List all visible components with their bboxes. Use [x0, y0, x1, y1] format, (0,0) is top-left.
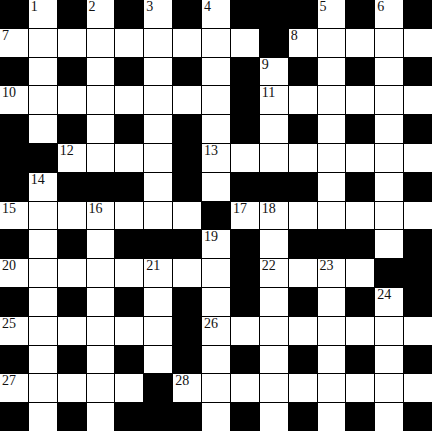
black-cell-r4c4 — [115, 115, 143, 143]
black-cell-r0c12 — [346, 0, 374, 28]
black-cell-r8c4 — [115, 230, 143, 258]
white-cell-r11c11[interactable] — [318, 317, 346, 345]
white-cell-r7c14[interactable] — [404, 202, 432, 230]
black-cell-r6c4 — [115, 173, 143, 201]
white-cell-r11c2[interactable] — [58, 317, 86, 345]
black-cell-r12c12 — [346, 346, 374, 374]
clue-number-23: 23 — [320, 259, 334, 273]
white-cell-r7c1[interactable] — [29, 202, 57, 230]
white-cell-r9c9[interactable]: 22 — [260, 259, 288, 287]
black-cell-r8c6 — [173, 230, 201, 258]
white-cell-r5c8[interactable] — [231, 144, 259, 172]
white-cell-r2c5[interactable] — [144, 58, 172, 86]
white-cell-r11c13[interactable] — [375, 317, 403, 345]
black-cell-r8c14 — [404, 230, 432, 258]
black-cell-r14c4 — [115, 403, 143, 431]
white-cell-r11c3[interactable] — [87, 317, 115, 345]
clue-number-26: 26 — [204, 317, 218, 331]
white-cell-r7c12[interactable] — [346, 202, 374, 230]
white-cell-r3c12[interactable] — [346, 86, 374, 114]
white-cell-r1c12[interactable] — [346, 29, 374, 57]
white-cell-r4c7[interactable] — [202, 115, 230, 143]
black-cell-r10c12 — [346, 288, 374, 316]
white-cell-r12c7[interactable] — [202, 346, 230, 374]
clue-number-13: 13 — [204, 144, 218, 158]
white-cell-r9c2[interactable] — [58, 259, 86, 287]
white-cell-r7c9[interactable]: 18 — [260, 202, 288, 230]
white-cell-r11c5[interactable] — [144, 317, 172, 345]
black-cell-r4c0 — [0, 115, 28, 143]
white-cell-r10c1[interactable] — [29, 288, 57, 316]
white-cell-r12c11[interactable] — [318, 346, 346, 374]
black-cell-r6c10 — [289, 173, 317, 201]
white-cell-r0c11[interactable]: 5 — [318, 0, 346, 28]
black-cell-r8c2 — [58, 230, 86, 258]
white-cell-r7c3[interactable]: 16 — [87, 202, 115, 230]
white-cell-r5c7[interactable]: 13 — [202, 144, 230, 172]
white-cell-r0c1[interactable]: 1 — [29, 0, 57, 28]
white-cell-r4c1[interactable] — [29, 115, 57, 143]
black-cell-r4c8 — [231, 115, 259, 143]
white-cell-r2c11[interactable] — [318, 58, 346, 86]
white-cell-r7c4[interactable] — [115, 202, 143, 230]
white-cell-r11c0[interactable]: 25 — [0, 317, 28, 345]
white-cell-r2c7[interactable] — [202, 58, 230, 86]
white-cell-r9c12[interactable] — [346, 259, 374, 287]
white-cell-r3c9[interactable]: 11 — [260, 86, 288, 114]
white-cell-r3c3[interactable] — [87, 86, 115, 114]
white-cell-r11c14[interactable] — [404, 317, 432, 345]
white-cell-r5c2[interactable]: 12 — [58, 144, 86, 172]
white-cell-r7c8[interactable]: 17 — [231, 202, 259, 230]
black-cell-r13c5 — [144, 374, 172, 402]
clue-number-15: 15 — [2, 202, 16, 216]
black-cell-r12c0 — [0, 346, 28, 374]
white-cell-r3c1[interactable] — [29, 86, 57, 114]
black-cell-r5c1 — [29, 144, 57, 172]
black-cell-r2c14 — [404, 58, 432, 86]
white-cell-r12c13[interactable] — [375, 346, 403, 374]
black-cell-r0c4 — [115, 0, 143, 28]
black-cell-r5c0 — [0, 144, 28, 172]
black-cell-r14c8 — [231, 403, 259, 431]
black-cell-r0c8 — [231, 0, 259, 28]
white-cell-r1c2[interactable] — [58, 29, 86, 57]
black-cell-r3c8 — [231, 86, 259, 114]
clue-number-19: 19 — [204, 230, 218, 244]
clue-number-24: 24 — [377, 288, 391, 302]
black-cell-r7c7 — [202, 202, 230, 230]
white-cell-r3c4[interactable] — [115, 86, 143, 114]
white-cell-r8c9[interactable] — [260, 230, 288, 258]
clue-number-2: 2 — [89, 0, 96, 14]
black-cell-r14c10 — [289, 403, 317, 431]
clue-number-22: 22 — [262, 259, 276, 273]
black-cell-r0c10 — [289, 0, 317, 28]
white-cell-r6c13[interactable] — [375, 173, 403, 201]
white-cell-r10c13[interactable]: 24 — [375, 288, 403, 316]
white-cell-r13c11[interactable] — [318, 374, 346, 402]
white-cell-r13c4[interactable] — [115, 374, 143, 402]
white-cell-r3c2[interactable] — [58, 86, 86, 114]
black-cell-r10c6 — [173, 288, 201, 316]
crossword-grid: 1234567891011121314151617181920212223242… — [0, 0, 432, 431]
black-cell-r8c0 — [0, 230, 28, 258]
white-cell-r4c11[interactable] — [318, 115, 346, 143]
white-cell-r14c1[interactable] — [29, 403, 57, 431]
white-cell-r13c13[interactable] — [375, 374, 403, 402]
black-cell-r14c6 — [173, 403, 201, 431]
white-cell-r3c0[interactable]: 10 — [0, 86, 28, 114]
white-cell-r2c13[interactable] — [375, 58, 403, 86]
white-cell-r4c9[interactable] — [260, 115, 288, 143]
white-cell-r11c8[interactable] — [231, 317, 259, 345]
clue-number-8: 8 — [291, 29, 298, 43]
clue-number-1: 1 — [31, 0, 38, 14]
black-cell-r2c12 — [346, 58, 374, 86]
white-cell-r1c6[interactable] — [173, 29, 201, 57]
black-cell-r0c2 — [58, 0, 86, 28]
black-cell-r5c6 — [173, 144, 201, 172]
black-cell-r8c8 — [231, 230, 259, 258]
white-cell-r7c11[interactable] — [318, 202, 346, 230]
black-cell-r2c0 — [0, 58, 28, 86]
white-cell-r12c5[interactable] — [144, 346, 172, 374]
black-cell-r14c14 — [404, 403, 432, 431]
clue-number-4: 4 — [204, 0, 211, 14]
black-cell-r0c6 — [173, 0, 201, 28]
white-cell-r13c3[interactable] — [87, 374, 115, 402]
white-cell-r10c7[interactable] — [202, 288, 230, 316]
white-cell-r7c13[interactable] — [375, 202, 403, 230]
white-cell-r9c5[interactable]: 21 — [144, 259, 172, 287]
white-cell-r12c1[interactable] — [29, 346, 57, 374]
black-cell-r6c6 — [173, 173, 201, 201]
white-cell-r13c8[interactable] — [231, 374, 259, 402]
white-cell-r5c3[interactable] — [87, 144, 115, 172]
white-cell-r1c4[interactable] — [115, 29, 143, 57]
black-cell-r4c12 — [346, 115, 374, 143]
white-cell-r6c7[interactable] — [202, 173, 230, 201]
white-cell-r2c1[interactable] — [29, 58, 57, 86]
white-cell-r12c9[interactable] — [260, 346, 288, 374]
black-cell-r14c5 — [144, 403, 172, 431]
white-cell-r3c13[interactable] — [375, 86, 403, 114]
white-cell-r4c5[interactable] — [144, 115, 172, 143]
white-cell-r11c7[interactable]: 26 — [202, 317, 230, 345]
clue-number-21: 21 — [146, 259, 160, 273]
black-cell-r4c6 — [173, 115, 201, 143]
white-cell-r0c13[interactable]: 6 — [375, 0, 403, 28]
white-cell-r6c11[interactable] — [318, 173, 346, 201]
black-cell-r0c14 — [404, 0, 432, 28]
white-cell-r1c5[interactable] — [144, 29, 172, 57]
white-cell-r2c3[interactable] — [87, 58, 115, 86]
black-cell-r6c9 — [260, 173, 288, 201]
black-cell-r6c8 — [231, 173, 259, 201]
white-cell-r3c6[interactable] — [173, 86, 201, 114]
clue-number-7: 7 — [2, 29, 9, 43]
white-cell-r9c0[interactable]: 20 — [0, 259, 28, 287]
white-cell-r14c7[interactable] — [202, 403, 230, 431]
white-cell-r9c7[interactable] — [202, 259, 230, 287]
white-cell-r10c11[interactable] — [318, 288, 346, 316]
white-cell-r7c0[interactable]: 15 — [0, 202, 28, 230]
white-cell-r13c0[interactable]: 27 — [0, 374, 28, 402]
white-cell-r7c6[interactable] — [173, 202, 201, 230]
white-cell-r11c4[interactable] — [115, 317, 143, 345]
white-cell-r7c2[interactable] — [58, 202, 86, 230]
black-cell-r8c5 — [144, 230, 172, 258]
black-cell-r2c6 — [173, 58, 201, 86]
black-cell-r9c13 — [375, 259, 403, 287]
black-cell-r10c8 — [231, 288, 259, 316]
black-cell-r0c0 — [0, 0, 28, 28]
white-cell-r14c11[interactable] — [318, 403, 346, 431]
white-cell-r11c9[interactable] — [260, 317, 288, 345]
black-cell-r8c11 — [318, 230, 346, 258]
white-cell-r4c13[interactable] — [375, 115, 403, 143]
clue-number-27: 27 — [2, 374, 16, 388]
black-cell-r12c10 — [289, 346, 317, 374]
black-cell-r12c14 — [404, 346, 432, 374]
clue-number-20: 20 — [2, 259, 16, 273]
white-cell-r10c3[interactable] — [87, 288, 115, 316]
clue-number-6: 6 — [377, 0, 384, 14]
white-cell-r1c8[interactable] — [231, 29, 259, 57]
white-cell-r10c9[interactable] — [260, 288, 288, 316]
white-cell-r5c9[interactable] — [260, 144, 288, 172]
black-cell-r12c2 — [58, 346, 86, 374]
black-cell-r8c10 — [289, 230, 317, 258]
white-cell-r1c7[interactable] — [202, 29, 230, 57]
black-cell-r1c9 — [260, 29, 288, 57]
white-cell-r5c10[interactable] — [289, 144, 317, 172]
black-cell-r8c12 — [346, 230, 374, 258]
clue-number-14: 14 — [31, 173, 45, 187]
white-cell-r3c5[interactable] — [144, 86, 172, 114]
white-cell-r1c1[interactable] — [29, 29, 57, 57]
white-cell-r11c1[interactable] — [29, 317, 57, 345]
white-cell-r13c14[interactable] — [404, 374, 432, 402]
clue-number-17: 17 — [233, 202, 247, 216]
white-cell-r8c3[interactable] — [87, 230, 115, 258]
white-cell-r3c11[interactable] — [318, 86, 346, 114]
white-cell-r12c3[interactable] — [87, 346, 115, 374]
white-cell-r13c1[interactable] — [29, 374, 57, 402]
black-cell-r6c2 — [58, 173, 86, 201]
clue-number-25: 25 — [2, 317, 16, 331]
black-cell-r2c4 — [115, 58, 143, 86]
clue-number-16: 16 — [89, 202, 103, 216]
black-cell-r12c8 — [231, 346, 259, 374]
white-cell-r2c9[interactable]: 9 — [260, 58, 288, 86]
white-cell-r9c6[interactable] — [173, 259, 201, 287]
white-cell-r5c4[interactable] — [115, 144, 143, 172]
white-cell-r9c11[interactable]: 23 — [318, 259, 346, 287]
black-cell-r2c2 — [58, 58, 86, 86]
white-cell-r1c11[interactable] — [318, 29, 346, 57]
clue-number-28: 28 — [175, 374, 189, 388]
white-cell-r13c9[interactable] — [260, 374, 288, 402]
clue-number-9: 9 — [262, 58, 269, 72]
white-cell-r0c3[interactable]: 2 — [87, 0, 115, 28]
white-cell-r13c6[interactable]: 28 — [173, 374, 201, 402]
white-cell-r1c10[interactable]: 8 — [289, 29, 317, 57]
white-cell-r7c5[interactable] — [144, 202, 172, 230]
black-cell-r11c6 — [173, 317, 201, 345]
black-cell-r4c14 — [404, 115, 432, 143]
white-cell-r9c3[interactable] — [87, 259, 115, 287]
white-cell-r5c5[interactable] — [144, 144, 172, 172]
white-cell-r11c10[interactable] — [289, 317, 317, 345]
black-cell-r2c10 — [289, 58, 317, 86]
black-cell-r10c2 — [58, 288, 86, 316]
black-cell-r10c0 — [0, 288, 28, 316]
white-cell-r8c7[interactable]: 19 — [202, 230, 230, 258]
black-cell-r6c0 — [0, 173, 28, 201]
black-cell-r12c4 — [115, 346, 143, 374]
black-cell-r10c14 — [404, 288, 432, 316]
clue-number-3: 3 — [146, 0, 153, 14]
white-cell-r11c12[interactable] — [346, 317, 374, 345]
white-cell-r0c5[interactable]: 3 — [144, 0, 172, 28]
white-cell-r8c13[interactable] — [375, 230, 403, 258]
clue-number-10: 10 — [2, 86, 16, 100]
black-cell-r2c8 — [231, 58, 259, 86]
white-cell-r13c10[interactable] — [289, 374, 317, 402]
black-cell-r12c6 — [173, 346, 201, 374]
white-cell-r4c3[interactable] — [87, 115, 115, 143]
white-cell-r5c13[interactable] — [375, 144, 403, 172]
white-cell-r5c12[interactable] — [346, 144, 374, 172]
clue-number-18: 18 — [262, 202, 276, 216]
white-cell-r9c10[interactable] — [289, 259, 317, 287]
clue-number-12: 12 — [60, 144, 74, 158]
black-cell-r10c4 — [115, 288, 143, 316]
white-cell-r3c10[interactable] — [289, 86, 317, 114]
white-cell-r13c2[interactable] — [58, 374, 86, 402]
white-cell-r9c1[interactable] — [29, 259, 57, 287]
black-cell-r6c3 — [87, 173, 115, 201]
black-cell-r14c12 — [346, 403, 374, 431]
white-cell-r10c5[interactable] — [144, 288, 172, 316]
white-cell-r1c14[interactable] — [404, 29, 432, 57]
white-cell-r5c14[interactable] — [404, 144, 432, 172]
black-cell-r6c14 — [404, 173, 432, 201]
white-cell-r6c5[interactable] — [144, 173, 172, 201]
black-cell-r9c8 — [231, 259, 259, 287]
white-cell-r7c10[interactable] — [289, 202, 317, 230]
white-cell-r1c3[interactable] — [87, 29, 115, 57]
white-cell-r13c7[interactable] — [202, 374, 230, 402]
black-cell-r14c2 — [58, 403, 86, 431]
white-cell-r8c1[interactable] — [29, 230, 57, 258]
white-cell-r14c13[interactable] — [375, 403, 403, 431]
black-cell-r0c9 — [260, 0, 288, 28]
black-cell-r9c14 — [404, 259, 432, 287]
white-cell-r13c12[interactable] — [346, 374, 374, 402]
white-cell-r9c4[interactable] — [115, 259, 143, 287]
white-cell-r14c3[interactable] — [87, 403, 115, 431]
white-cell-r6c1[interactable]: 14 — [29, 173, 57, 201]
white-cell-r1c13[interactable] — [375, 29, 403, 57]
white-cell-r1c0[interactable]: 7 — [0, 29, 28, 57]
black-cell-r14c0 — [0, 403, 28, 431]
black-cell-r10c10 — [289, 288, 317, 316]
white-cell-r14c9[interactable] — [260, 403, 288, 431]
clue-number-5: 5 — [320, 0, 327, 14]
white-cell-r3c7[interactable] — [202, 86, 230, 114]
white-cell-r5c11[interactable] — [318, 144, 346, 172]
white-cell-r3c14[interactable] — [404, 86, 432, 114]
black-cell-r6c12 — [346, 173, 374, 201]
black-cell-r4c10 — [289, 115, 317, 143]
white-cell-r0c7[interactable]: 4 — [202, 0, 230, 28]
black-cell-r4c2 — [58, 115, 86, 143]
clue-number-11: 11 — [262, 86, 275, 100]
